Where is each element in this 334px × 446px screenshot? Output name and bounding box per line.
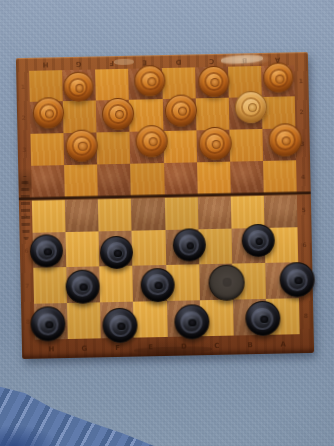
piece-light-d2[interactable]	[165, 94, 198, 127]
file-label-top-h: H	[29, 60, 62, 69]
denim-fabric-fold	[0, 383, 154, 446]
file-label-bottom-d: D	[167, 342, 200, 351]
piece-dark-f8[interactable]	[102, 308, 138, 344]
rank-label-right-4: 4	[297, 160, 309, 193]
play-area	[29, 65, 300, 339]
piece-dark-e7[interactable]	[140, 268, 175, 303]
file-label-bottom-b: B	[234, 340, 267, 349]
rank-label-left-1: 1	[17, 71, 29, 102]
file-label-bottom-a: A	[267, 340, 300, 349]
file-label-bottom-c: C	[200, 341, 233, 350]
piece-dark-d6[interactable]	[172, 228, 206, 262]
piece-light-g3[interactable]	[65, 129, 98, 162]
piece-dark-b8[interactable]	[245, 301, 281, 337]
file-label-top-d: D	[161, 57, 194, 66]
piece-light-e1[interactable]	[135, 65, 167, 97]
piece-dark-b6[interactable]	[241, 224, 275, 258]
photo-scene: HGFEDCBA HGFEDCBA 12345678 12345678	[0, 0, 334, 446]
file-label-top-c: C	[195, 56, 228, 65]
file-labels-bottom: HGFEDCBA	[35, 337, 300, 356]
file-label-bottom-e: E	[134, 342, 167, 351]
file-label-bottom-h: H	[35, 345, 68, 354]
file-label-top-f: F	[95, 58, 128, 67]
checkers-board: HGFEDCBA HGFEDCBA 12345678 12345678	[16, 52, 314, 359]
piece-dark-g7[interactable]	[65, 269, 100, 304]
rank-label-left-5: 5	[20, 199, 32, 234]
piece-dark-d8[interactable]	[174, 304, 210, 340]
rank-label-left-2: 2	[18, 102, 30, 134]
file-label-top-b: B	[228, 55, 261, 64]
piece-dark-h6[interactable]	[30, 234, 64, 268]
rank-label-left-3: 3	[18, 133, 30, 165]
rank-label-right-5: 5	[298, 193, 310, 228]
piece-light-h2[interactable]	[33, 97, 65, 129]
rank-label-right-6: 6	[298, 227, 310, 262]
piece-light-e3[interactable]	[135, 125, 168, 158]
file-label-bottom-f: F	[101, 343, 134, 352]
piece-dark-c7[interactable]	[208, 264, 245, 301]
rank-label-right-1: 1	[295, 65, 307, 96]
piece-light-a1[interactable]	[263, 63, 294, 94]
piece-light-b2[interactable]	[235, 91, 268, 124]
file-label-top-g: G	[62, 59, 95, 68]
piece-light-g1[interactable]	[63, 72, 94, 103]
piece-light-c1[interactable]	[198, 66, 230, 98]
rank-label-left-4: 4	[19, 166, 31, 199]
pieces-layer	[29, 65, 300, 339]
rank-label-right-2: 2	[296, 96, 308, 128]
piece-light-f2[interactable]	[102, 97, 135, 130]
file-label-bottom-g: G	[68, 344, 101, 353]
piece-light-c3[interactable]	[198, 127, 232, 161]
rank-label-left-7: 7	[21, 268, 33, 304]
rank-label-right-8: 8	[300, 298, 312, 335]
piece-dark-f6[interactable]	[100, 236, 134, 270]
denim-shadow	[0, 424, 70, 446]
piece-dark-h8[interactable]	[30, 306, 66, 342]
